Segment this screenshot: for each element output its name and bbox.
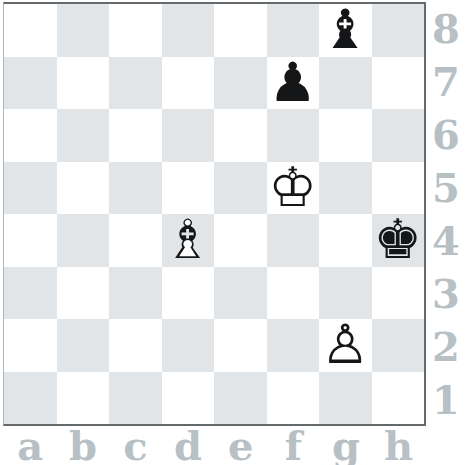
piece-white-pawn: ♟♙: [319, 319, 372, 372]
square-a2: [4, 319, 57, 372]
square-e5: [214, 162, 267, 215]
rank-label-4: 4: [428, 214, 464, 267]
square-c6: [109, 109, 162, 162]
piece-black-king: ♚: [372, 214, 425, 267]
square-c2: [109, 319, 162, 372]
square-g6: [319, 109, 372, 162]
square-e4: [214, 214, 267, 267]
square-e3: [214, 267, 267, 320]
rank-label-2: 2: [428, 320, 464, 373]
square-c3: [109, 267, 162, 320]
square-d4: ♝♗: [162, 214, 215, 267]
square-c7: [109, 57, 162, 110]
file-label-a: a: [4, 424, 57, 465]
square-g7: [319, 57, 372, 110]
square-d3: [162, 267, 215, 320]
file-label-c: c: [109, 424, 162, 465]
square-e6: [214, 109, 267, 162]
square-f1: [267, 372, 320, 425]
rank-label-1: 1: [428, 373, 464, 426]
square-d7: [162, 57, 215, 110]
square-b3: [57, 267, 110, 320]
file-labels: abcdefgh: [4, 424, 425, 465]
white-pawn-outline-glyph: ♙: [321, 318, 369, 372]
rank-labels: 87654321: [428, 2, 464, 426]
square-g5: [319, 162, 372, 215]
square-e1: [214, 372, 267, 425]
square-a5: [4, 162, 57, 215]
square-b4: [57, 214, 110, 267]
square-b1: [57, 372, 110, 425]
file-label-e: e: [214, 424, 267, 465]
square-f3: [267, 267, 320, 320]
board-frame: ♝♟♚♔♝♗♚♟♙: [3, 2, 426, 426]
white-bishop-outline-glyph: ♗: [164, 213, 212, 267]
square-h8: [372, 4, 425, 57]
square-b8: [57, 4, 110, 57]
square-f6: [267, 109, 320, 162]
square-c5: [109, 162, 162, 215]
square-b2: [57, 319, 110, 372]
square-e2: [214, 319, 267, 372]
chess-board: ♝♟♚♔♝♗♚♟♙: [4, 4, 424, 424]
rank-label-5: 5: [428, 161, 464, 214]
square-d8: [162, 4, 215, 57]
square-e7: [214, 57, 267, 110]
piece-white-king: ♚♔: [267, 162, 320, 215]
square-h7: [372, 57, 425, 110]
square-d5: [162, 162, 215, 215]
file-label-h: h: [372, 424, 425, 465]
square-a3: [4, 267, 57, 320]
square-f7: ♟: [267, 57, 320, 110]
black-pawn-glyph: ♟: [269, 56, 317, 110]
white-king-outline-glyph: ♔: [269, 161, 317, 215]
file-label-f: f: [267, 424, 320, 465]
square-d1: [162, 372, 215, 425]
square-b6: [57, 109, 110, 162]
black-bishop-glyph: ♝: [321, 3, 369, 57]
square-g1: [319, 372, 372, 425]
file-label-d: d: [162, 424, 215, 465]
square-f4: [267, 214, 320, 267]
square-h3: [372, 267, 425, 320]
piece-black-pawn: ♟: [267, 57, 320, 110]
chess-diagram: ♝♟♚♔♝♗♚♟♙ 87654321 abcdefgh: [0, 0, 465, 465]
rank-label-7: 7: [428, 55, 464, 108]
file-label-b: b: [57, 424, 110, 465]
square-h4: ♚: [372, 214, 425, 267]
square-h5: [372, 162, 425, 215]
square-h6: [372, 109, 425, 162]
square-f2: [267, 319, 320, 372]
square-g3: [319, 267, 372, 320]
square-a6: [4, 109, 57, 162]
black-king-glyph: ♚: [374, 213, 422, 267]
rank-label-3: 3: [428, 267, 464, 320]
square-b5: [57, 162, 110, 215]
square-a8: [4, 4, 57, 57]
file-label-g: g: [320, 424, 373, 465]
square-h2: [372, 319, 425, 372]
square-e8: [214, 4, 267, 57]
square-a1: [4, 372, 57, 425]
square-b7: [57, 57, 110, 110]
square-c1: [109, 372, 162, 425]
square-f5: ♚♔: [267, 162, 320, 215]
square-g2: ♟♙: [319, 319, 372, 372]
rank-label-8: 8: [428, 2, 464, 55]
square-f8: [267, 4, 320, 57]
square-g8: ♝: [319, 4, 372, 57]
square-h1: [372, 372, 425, 425]
piece-black-bishop: ♝: [319, 4, 372, 57]
rank-label-6: 6: [428, 108, 464, 161]
square-c8: [109, 4, 162, 57]
piece-white-bishop: ♝♗: [162, 214, 215, 267]
square-a7: [4, 57, 57, 110]
square-d6: [162, 109, 215, 162]
square-c4: [109, 214, 162, 267]
square-d2: [162, 319, 215, 372]
square-g4: [319, 214, 372, 267]
square-a4: [4, 214, 57, 267]
